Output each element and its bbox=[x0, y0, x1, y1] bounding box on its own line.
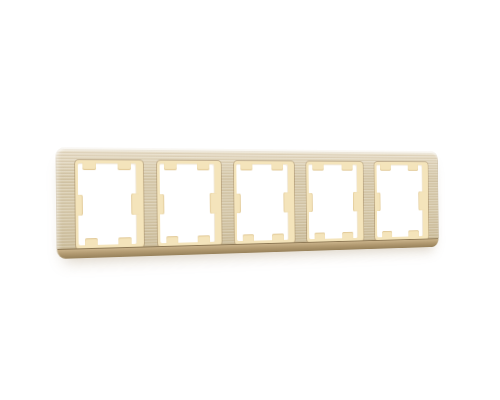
liner-tab-top-right bbox=[197, 163, 209, 171]
socket-frame bbox=[55, 147, 438, 259]
liner-tab-left-middle bbox=[308, 193, 313, 212]
liner-tab-left-middle bbox=[376, 193, 380, 211]
liner-tab-right-middle bbox=[210, 193, 218, 213]
frame-opening bbox=[157, 161, 222, 247]
opening-window bbox=[160, 164, 216, 244]
liner-tab-right-middle bbox=[283, 193, 290, 213]
liner-tab-bottom-left bbox=[243, 234, 255, 242]
liner-tab-top-left bbox=[313, 163, 324, 170]
liner-tab-bottom-right bbox=[272, 233, 283, 241]
liner-tab-top-left bbox=[241, 163, 253, 170]
liner-tab-right-middle bbox=[131, 194, 139, 215]
opening-window bbox=[78, 163, 137, 245]
liner-tab-left-middle bbox=[77, 195, 83, 216]
liner-tab-bottom-right bbox=[198, 235, 210, 243]
liner-tab-right-middle bbox=[418, 192, 424, 211]
liner-tab-bottom-left bbox=[314, 232, 325, 239]
photo-backdrop bbox=[0, 0, 500, 400]
opening-window bbox=[308, 164, 357, 239]
liner-tab-top-right bbox=[118, 162, 131, 170]
liner-tab-bottom-left bbox=[85, 238, 98, 246]
opening-window bbox=[236, 164, 288, 241]
liner-tab-left-middle bbox=[236, 194, 241, 213]
liner-tab-top-right bbox=[271, 163, 282, 170]
frame-opening bbox=[75, 160, 144, 249]
frame-top-highlight bbox=[57, 147, 436, 155]
frame-opening bbox=[306, 162, 363, 243]
frame-perspective-wrap bbox=[55, 147, 438, 259]
frame-opening bbox=[374, 162, 428, 241]
liner-tab-top-right bbox=[408, 164, 418, 171]
liner-tab-top-right bbox=[342, 164, 353, 171]
liner-tab-left-middle bbox=[159, 194, 164, 214]
liner-tab-bottom-right bbox=[342, 232, 353, 239]
liner-tab-top-left bbox=[164, 163, 176, 171]
liner-tab-top-left bbox=[380, 164, 390, 171]
liner-tab-bottom-right bbox=[408, 230, 418, 237]
liner-tab-bottom-left bbox=[166, 236, 178, 244]
opening-window bbox=[377, 165, 423, 238]
frame-opening bbox=[234, 161, 295, 245]
liner-tab-bottom-right bbox=[118, 237, 131, 245]
liner-tab-top-left bbox=[83, 162, 96, 170]
liner-tab-bottom-left bbox=[382, 231, 392, 238]
liner-tab-right-middle bbox=[353, 192, 360, 211]
frame-openings bbox=[75, 160, 428, 249]
